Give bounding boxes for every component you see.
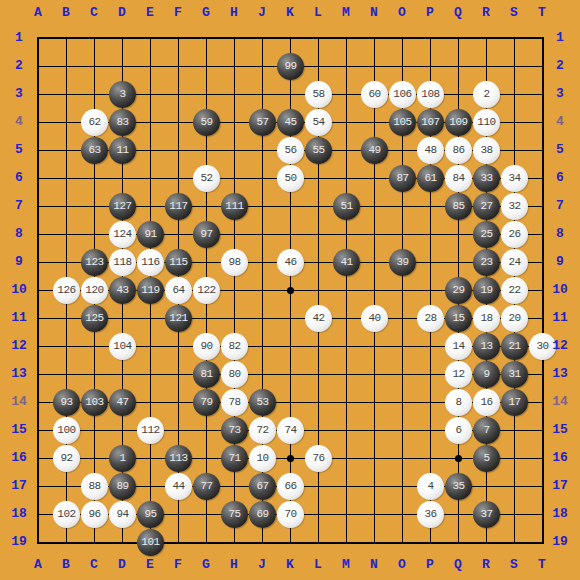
- row-label-right-19: 19: [547, 534, 573, 550]
- row-label-left-10: 10: [6, 282, 32, 298]
- stone-S8: 26: [501, 221, 528, 248]
- stone-E18: 95: [137, 501, 164, 528]
- stone-S12: 21: [501, 333, 528, 360]
- stone-F9: 115: [165, 249, 192, 276]
- col-label-top-B: B: [56, 5, 76, 21]
- stone-L16: 76: [305, 445, 332, 472]
- stone-J17: 67: [249, 473, 276, 500]
- stone-S6: 34: [501, 165, 528, 192]
- row-label-left-15: 15: [6, 422, 32, 438]
- row-label-right-5: 5: [547, 142, 573, 158]
- stone-F10: 64: [165, 277, 192, 304]
- stone-D4: 83: [109, 109, 136, 136]
- col-label-bottom-N: N: [364, 557, 384, 573]
- row-label-right-12: 12: [547, 338, 573, 354]
- stone-D14: 47: [109, 389, 136, 416]
- col-label-bottom-G: G: [196, 557, 216, 573]
- stone-J14: 53: [249, 389, 276, 416]
- row-label-right-13: 13: [547, 366, 573, 382]
- row-label-left-16: 16: [6, 450, 32, 466]
- stone-R4: 110: [473, 109, 500, 136]
- stone-L11: 42: [305, 305, 332, 332]
- stone-D12: 104: [109, 333, 136, 360]
- stone-C17: 88: [81, 473, 108, 500]
- stone-K9: 46: [277, 249, 304, 276]
- row-label-left-9: 9: [6, 254, 32, 270]
- stone-Q7: 85: [445, 193, 472, 220]
- stone-K18: 70: [277, 501, 304, 528]
- stone-B15: 100: [53, 417, 80, 444]
- stone-P17: 4: [417, 473, 444, 500]
- stone-G13: 81: [193, 361, 220, 388]
- col-label-bottom-F: F: [168, 557, 188, 573]
- stone-S7: 32: [501, 193, 528, 220]
- row-label-right-9: 9: [547, 254, 573, 270]
- stone-R3: 2: [473, 81, 500, 108]
- col-label-top-H: H: [224, 5, 244, 21]
- stone-H13: 80: [221, 361, 248, 388]
- stone-D5: 11: [109, 137, 136, 164]
- row-label-left-1: 1: [6, 30, 32, 46]
- stone-D7: 127: [109, 193, 136, 220]
- stone-R5: 38: [473, 137, 500, 164]
- stone-E9: 116: [137, 249, 164, 276]
- row-label-right-14: 14: [547, 394, 573, 410]
- col-label-bottom-S: S: [504, 557, 524, 573]
- stone-R14: 16: [473, 389, 500, 416]
- stone-G8: 97: [193, 221, 220, 248]
- stone-D3: 3: [109, 81, 136, 108]
- stone-O4: 105: [389, 109, 416, 136]
- stone-Q12: 14: [445, 333, 472, 360]
- col-label-bottom-C: C: [84, 557, 104, 573]
- col-label-bottom-P: P: [420, 557, 440, 573]
- stone-P5: 48: [417, 137, 444, 164]
- stone-Q17: 35: [445, 473, 472, 500]
- stone-C14: 103: [81, 389, 108, 416]
- stone-P18: 36: [417, 501, 444, 528]
- stone-K6: 50: [277, 165, 304, 192]
- stone-Q6: 84: [445, 165, 472, 192]
- stone-G12: 90: [193, 333, 220, 360]
- col-label-top-D: D: [112, 5, 132, 21]
- stone-D16: 1: [109, 445, 136, 472]
- row-label-left-12: 12: [6, 338, 32, 354]
- stone-R9: 23: [473, 249, 500, 276]
- stone-R6: 33: [473, 165, 500, 192]
- row-label-right-4: 4: [547, 114, 573, 130]
- row-label-right-3: 3: [547, 86, 573, 102]
- stone-F11: 121: [165, 305, 192, 332]
- stone-K4: 45: [277, 109, 304, 136]
- row-label-left-11: 11: [6, 310, 32, 326]
- stone-E19: 101: [137, 529, 164, 556]
- col-label-top-P: P: [420, 5, 440, 21]
- col-label-top-A: A: [28, 5, 48, 21]
- stone-N11: 40: [361, 305, 388, 332]
- row-label-left-17: 17: [6, 478, 32, 494]
- stone-O9: 39: [389, 249, 416, 276]
- row-label-right-16: 16: [547, 450, 573, 466]
- col-label-bottom-K: K: [280, 557, 300, 573]
- col-label-top-R: R: [476, 5, 496, 21]
- stone-C10: 120: [81, 277, 108, 304]
- stone-H7: 111: [221, 193, 248, 220]
- col-label-top-T: T: [532, 5, 552, 21]
- stone-P6: 61: [417, 165, 444, 192]
- row-label-right-18: 18: [547, 506, 573, 522]
- stone-S14: 17: [501, 389, 528, 416]
- stone-R8: 25: [473, 221, 500, 248]
- stone-K17: 66: [277, 473, 304, 500]
- stone-L5: 55: [305, 137, 332, 164]
- stone-S11: 20: [501, 305, 528, 332]
- stone-D8: 124: [109, 221, 136, 248]
- stone-B16: 92: [53, 445, 80, 472]
- col-label-top-J: J: [252, 5, 272, 21]
- row-label-right-2: 2: [547, 58, 573, 74]
- stone-E15: 112: [137, 417, 164, 444]
- row-label-left-14: 14: [6, 394, 32, 410]
- stone-B18: 102: [53, 501, 80, 528]
- row-label-right-15: 15: [547, 422, 573, 438]
- col-label-top-G: G: [196, 5, 216, 21]
- stone-J4: 57: [249, 109, 276, 136]
- stone-G17: 77: [193, 473, 220, 500]
- stone-M7: 51: [333, 193, 360, 220]
- stone-R11: 18: [473, 305, 500, 332]
- stone-P3: 108: [417, 81, 444, 108]
- col-label-bottom-M: M: [336, 557, 356, 573]
- stone-L3: 58: [305, 81, 332, 108]
- row-label-left-4: 4: [6, 114, 32, 130]
- row-label-right-1: 1: [547, 30, 573, 46]
- stone-N3: 60: [361, 81, 388, 108]
- star-point-K10: [287, 287, 294, 294]
- stone-E10: 119: [137, 277, 164, 304]
- stone-R10: 19: [473, 277, 500, 304]
- goban-grid[interactable]: 1234567891011121314151617181920212223242…: [38, 38, 543, 543]
- stone-G6: 52: [193, 165, 220, 192]
- row-label-right-7: 7: [547, 198, 573, 214]
- row-label-left-13: 13: [6, 366, 32, 382]
- stone-H12: 82: [221, 333, 248, 360]
- col-label-top-C: C: [84, 5, 104, 21]
- stone-C4: 62: [81, 109, 108, 136]
- stone-O3: 106: [389, 81, 416, 108]
- stone-L4: 54: [305, 109, 332, 136]
- stone-R18: 37: [473, 501, 500, 528]
- row-label-left-8: 8: [6, 226, 32, 242]
- stone-G10: 122: [193, 277, 220, 304]
- stone-B10: 126: [53, 277, 80, 304]
- stone-Q11: 15: [445, 305, 472, 332]
- col-label-bottom-Q: Q: [448, 557, 468, 573]
- col-label-bottom-J: J: [252, 557, 272, 573]
- col-label-bottom-T: T: [532, 557, 552, 573]
- row-label-left-18: 18: [6, 506, 32, 522]
- stone-G4: 59: [193, 109, 220, 136]
- stone-G14: 79: [193, 389, 220, 416]
- stone-C9: 123: [81, 249, 108, 276]
- stone-D17: 89: [109, 473, 136, 500]
- col-label-top-S: S: [504, 5, 524, 21]
- col-label-bottom-R: R: [476, 557, 496, 573]
- stone-R15: 7: [473, 417, 500, 444]
- col-label-bottom-D: D: [112, 557, 132, 573]
- stone-J18: 69: [249, 501, 276, 528]
- col-label-top-N: N: [364, 5, 384, 21]
- stone-O6: 87: [389, 165, 416, 192]
- row-label-left-6: 6: [6, 170, 32, 186]
- row-label-right-17: 17: [547, 478, 573, 494]
- stone-E8: 91: [137, 221, 164, 248]
- row-label-right-8: 8: [547, 226, 573, 242]
- col-label-bottom-O: O: [392, 557, 412, 573]
- stone-Q13: 12: [445, 361, 472, 388]
- col-label-top-E: E: [140, 5, 160, 21]
- col-label-bottom-B: B: [56, 557, 76, 573]
- stone-K2: 99: [277, 53, 304, 80]
- stone-K15: 74: [277, 417, 304, 444]
- col-label-bottom-H: H: [224, 557, 244, 573]
- col-label-top-O: O: [392, 5, 412, 21]
- stone-K5: 56: [277, 137, 304, 164]
- stone-P4: 107: [417, 109, 444, 136]
- stone-R7: 27: [473, 193, 500, 220]
- row-label-right-10: 10: [547, 282, 573, 298]
- stone-R13: 9: [473, 361, 500, 388]
- stone-H9: 98: [221, 249, 248, 276]
- stone-H16: 71: [221, 445, 248, 472]
- go-kifu-diagram: 1234567891011121314151617181920212223242…: [0, 0, 580, 580]
- col-label-bottom-E: E: [140, 557, 160, 573]
- stone-M9: 41: [333, 249, 360, 276]
- stone-R16: 5: [473, 445, 500, 472]
- row-label-left-2: 2: [6, 58, 32, 74]
- stone-P11: 28: [417, 305, 444, 332]
- stone-N5: 49: [361, 137, 388, 164]
- stone-F7: 117: [165, 193, 192, 220]
- stone-C11: 125: [81, 305, 108, 332]
- stone-S9: 24: [501, 249, 528, 276]
- col-label-top-K: K: [280, 5, 300, 21]
- col-label-top-Q: Q: [448, 5, 468, 21]
- row-label-left-5: 5: [6, 142, 32, 158]
- stone-C5: 63: [81, 137, 108, 164]
- row-label-left-3: 3: [6, 86, 32, 102]
- col-label-top-M: M: [336, 5, 356, 21]
- star-point-Q16: [455, 455, 462, 462]
- stone-Q10: 29: [445, 277, 472, 304]
- stone-H15: 73: [221, 417, 248, 444]
- stone-R12: 13: [473, 333, 500, 360]
- stone-Q14: 8: [445, 389, 472, 416]
- stone-J16: 10: [249, 445, 276, 472]
- stone-Q5: 86: [445, 137, 472, 164]
- col-label-bottom-L: L: [308, 557, 328, 573]
- stone-D9: 118: [109, 249, 136, 276]
- stone-F16: 113: [165, 445, 192, 472]
- stone-S13: 31: [501, 361, 528, 388]
- row-label-left-7: 7: [6, 198, 32, 214]
- row-label-right-6: 6: [547, 170, 573, 186]
- stone-D10: 43: [109, 277, 136, 304]
- stone-Q15: 6: [445, 417, 472, 444]
- row-label-right-11: 11: [547, 310, 573, 326]
- col-label-top-F: F: [168, 5, 188, 21]
- stone-F17: 44: [165, 473, 192, 500]
- stone-C18: 96: [81, 501, 108, 528]
- col-label-top-L: L: [308, 5, 328, 21]
- stone-Q4: 109: [445, 109, 472, 136]
- stone-H18: 75: [221, 501, 248, 528]
- stone-B14: 93: [53, 389, 80, 416]
- row-label-left-19: 19: [6, 534, 32, 550]
- stone-S10: 22: [501, 277, 528, 304]
- stone-H14: 78: [221, 389, 248, 416]
- col-label-bottom-A: A: [28, 557, 48, 573]
- stone-D18: 94: [109, 501, 136, 528]
- star-point-K16: [287, 455, 294, 462]
- stone-J15: 72: [249, 417, 276, 444]
